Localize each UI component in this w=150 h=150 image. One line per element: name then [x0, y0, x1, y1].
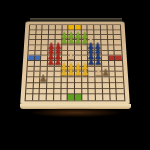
pawn-natural-light[interactable]: ♟ — [67, 52, 75, 61]
board-cell — [117, 89, 124, 95]
pawn-natural-dark[interactable]: ♟ — [39, 74, 47, 83]
board-cell — [75, 89, 82, 95]
board-cell — [61, 89, 68, 95]
board-cell — [116, 66, 123, 71]
board-cell — [29, 45, 36, 50]
board-grid: ♟♟♟♟♟♟♟♟♟♟♟♟♟♟♟♟♟♟♟♟♟♟♟♟♟♟♟♟♟♟♟♟♟♟♟♟♟ — [25, 24, 126, 101]
photo-scene: ♟♟♟♟♟♟♟♟♟♟♟♟♟♟♟♟♟♟♟♟♟♟♟♟♟♟♟♟♟♟♟♟♟♟♟♟♟ — [0, 0, 150, 150]
board-cell: ♟ — [68, 56, 75, 61]
board-cell: ♟ — [95, 61, 102, 66]
board-cell — [62, 45, 69, 50]
board-cell: ♟ — [102, 72, 109, 78]
board-cell — [68, 89, 75, 95]
pawn-natural-dark[interactable]: ♟ — [101, 68, 109, 77]
board-cell: ♟ — [82, 72, 89, 78]
board-cell — [61, 95, 68, 101]
board-cell — [54, 95, 61, 101]
board-cell — [68, 45, 75, 50]
board-cell — [101, 45, 108, 50]
pawn-blue[interactable]: ♟ — [94, 57, 102, 66]
board-cell — [117, 95, 124, 101]
start-cell-green — [68, 95, 75, 101]
board-cell — [35, 45, 42, 50]
board-cell — [115, 61, 122, 66]
board-cell — [108, 45, 115, 50]
board-cell: ♟ — [40, 77, 47, 83]
board-cell — [75, 45, 82, 50]
board-shadow — [12, 107, 139, 121]
board-cell — [114, 40, 121, 45]
start-cell-green — [75, 95, 82, 101]
board-cell — [114, 45, 121, 50]
pawn-yellow[interactable]: ♟ — [81, 68, 89, 77]
game-board: ♟♟♟♟♟♟♟♟♟♟♟♟♟♟♟♟♟♟♟♟♟♟♟♟♟♟♟♟♟♟♟♟♟♟♟♟♟ — [20, 22, 130, 105]
